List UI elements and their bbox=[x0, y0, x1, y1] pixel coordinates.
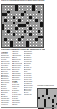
clue-number: 52 bbox=[24, 81, 25, 82]
clue-number: 64 bbox=[24, 94, 25, 95]
cell-number: 45 bbox=[41, 28, 42, 29]
clue-number: 38 bbox=[1, 94, 2, 95]
clue-number: 27 bbox=[24, 65, 25, 66]
solution-caption: Yesterday's Puzzle Solved bbox=[37, 85, 57, 88]
clue-number: 4 bbox=[12, 88, 13, 89]
clue-number: 54 bbox=[24, 83, 25, 84]
clue-number: 33 bbox=[24, 67, 25, 68]
clue-number: 55 bbox=[12, 63, 13, 64]
cell-number: 62 bbox=[41, 39, 42, 40]
clue-number: 25 bbox=[24, 63, 25, 64]
clue-number: 9 bbox=[12, 98, 13, 99]
clue-number: 44 bbox=[1, 104, 2, 105]
clue-number: 63 bbox=[12, 73, 13, 74]
clue-item: 44 Close by bbox=[1, 104, 11, 106]
clue-number: 26 bbox=[1, 76, 2, 77]
clue-number: 65 bbox=[12, 75, 13, 76]
clue-number: 43 bbox=[24, 75, 25, 76]
clue-number: 12 bbox=[12, 104, 13, 105]
clue-number: 35 bbox=[1, 90, 2, 91]
clue-column-right bbox=[46, 2, 56, 84]
clue-number: 1 bbox=[12, 82, 13, 83]
grid-cell bbox=[40, 44, 43, 47]
clue-number: 17 bbox=[1, 65, 2, 66]
clue-number: 49 bbox=[24, 79, 25, 80]
clue-number: 59 bbox=[12, 69, 13, 70]
clue-number: 37 bbox=[1, 92, 2, 93]
clue-number: 42 bbox=[1, 100, 2, 101]
clue-column-2: 45 Netting46 Notion48 Strong wind50 Exis… bbox=[12, 51, 22, 106]
clue-item: 12 Upon bbox=[12, 104, 22, 106]
puzzle-title-bar: THE Daily Commuter Puzzle By Jacqueline … bbox=[1, 48, 45, 51]
clue-number: 50 bbox=[12, 57, 13, 58]
clue-number: 40 bbox=[24, 71, 25, 72]
clue-number: 58 bbox=[24, 89, 25, 90]
clue-number: 60 bbox=[24, 90, 25, 91]
clue-number: 57 bbox=[24, 87, 25, 88]
clue-number: 11 bbox=[1, 57, 2, 58]
clue-number: 5 bbox=[12, 90, 13, 91]
clue-number: 61 bbox=[12, 71, 13, 72]
clue-number: 56 bbox=[12, 65, 13, 66]
clue-number: 39 bbox=[1, 96, 2, 97]
clue-number: 53 bbox=[12, 61, 13, 62]
crossword-grid: 1234567891011121314151617181920212223242… bbox=[1, 4, 45, 48]
clue-number: 30 bbox=[1, 82, 2, 83]
clue-number: 6 bbox=[1, 55, 2, 56]
clue-number: 67 bbox=[12, 79, 13, 80]
clue-number: 36 bbox=[24, 69, 25, 70]
clue-number: 29 bbox=[1, 80, 2, 81]
clue-number: 2 bbox=[12, 84, 13, 85]
clue-column-3: 13 Dispatched19 Commotion21 Armchair22 C… bbox=[24, 51, 34, 106]
solution-grid: SCATADOBESLAMTONEMOOLATIREARTSPANELONESB… bbox=[37, 88, 57, 108]
clue-number: 56 bbox=[24, 85, 25, 86]
clue-number: 11 bbox=[12, 102, 13, 103]
clue-number: 3 bbox=[12, 86, 13, 87]
clue-number: 66 bbox=[12, 77, 13, 78]
clue-number: 47 bbox=[24, 77, 25, 78]
clue-number: 22 bbox=[24, 57, 25, 58]
cell-number: 13 bbox=[41, 6, 42, 7]
clue-number: 40 bbox=[1, 98, 2, 99]
clue-number: 41 bbox=[24, 73, 25, 74]
clue-number: 22 bbox=[1, 71, 2, 72]
clue-number: 43 bbox=[1, 102, 2, 103]
clue-number: 15 bbox=[1, 61, 2, 62]
clue-number: 8 bbox=[12, 96, 13, 97]
clue-number: 24 bbox=[24, 61, 25, 62]
clue-number: 10 bbox=[12, 100, 13, 101]
page-title: THE DAILY CROSSWORD Edited by Wayne Robe… bbox=[1, 0, 47, 3]
clue-number: 57 bbox=[12, 67, 13, 68]
clue-column-4 bbox=[35, 51, 45, 84]
clue-number: 18 bbox=[1, 67, 2, 68]
clue-number: 23 bbox=[1, 73, 2, 74]
clue-number: 6 bbox=[12, 92, 13, 93]
clue-number: 16 bbox=[1, 63, 2, 64]
clue-item: 56 Frozen water bbox=[24, 85, 34, 87]
clue-column-1: ACROSS1 Sketched6 Engine part11 Mas' mat… bbox=[1, 51, 11, 106]
clue-number: 14 bbox=[1, 59, 2, 60]
clue-number: 31 bbox=[1, 84, 2, 85]
clue-item: 64 Burlap bag bbox=[24, 94, 34, 96]
clue-number: 7 bbox=[12, 94, 13, 95]
clue-number: 1 bbox=[1, 53, 2, 54]
clue-number: 20 bbox=[1, 69, 2, 70]
